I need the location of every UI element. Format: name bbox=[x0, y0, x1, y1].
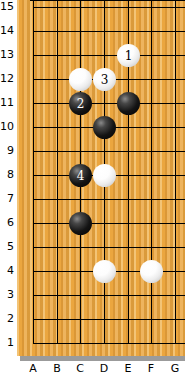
stone-white-D8[interactable] bbox=[93, 164, 116, 187]
grid-line-vertical bbox=[57, 0, 58, 344]
stone-black-C11[interactable]: 2 bbox=[69, 92, 92, 115]
column-label-D: D bbox=[96, 363, 112, 375]
move-number: 1 bbox=[125, 50, 133, 62]
row-label-3: 3 bbox=[0, 289, 14, 301]
column-label-E: E bbox=[120, 363, 136, 375]
row-label-1: 1 bbox=[0, 337, 14, 349]
grid-line-horizontal bbox=[33, 55, 185, 56]
grid-line-horizontal bbox=[33, 223, 185, 224]
row-label-4: 4 bbox=[0, 265, 14, 277]
row-label-8: 8 bbox=[0, 169, 14, 181]
stone-black-E11[interactable] bbox=[117, 92, 140, 115]
row-label-15: 15 bbox=[0, 1, 14, 13]
row-label-9: 9 bbox=[0, 145, 14, 157]
stone-white-C12[interactable] bbox=[69, 68, 92, 91]
column-label-A: A bbox=[25, 363, 41, 375]
move-number: 4 bbox=[77, 170, 85, 182]
row-label-7: 7 bbox=[0, 193, 14, 205]
row-label-6: 6 bbox=[0, 217, 14, 229]
stone-white-D4[interactable] bbox=[93, 260, 116, 283]
row-label-11: 11 bbox=[0, 97, 14, 109]
grid-line-crop-top bbox=[30, 0, 185, 1]
row-label-10: 10 bbox=[0, 121, 14, 133]
column-label-B: B bbox=[49, 363, 65, 375]
grid-line-horizontal bbox=[33, 151, 185, 152]
grid-line-horizontal bbox=[33, 295, 185, 296]
board-shadow bbox=[20, 356, 185, 361]
stone-white-F4[interactable] bbox=[140, 260, 163, 283]
row-label-2: 2 bbox=[0, 313, 14, 325]
stone-black-C8[interactable]: 4 bbox=[69, 164, 92, 187]
go-diagram: 151413121110987654321 ABCDEFG 1324 bbox=[0, 0, 185, 380]
grid-line-vertical bbox=[33, 0, 34, 344]
grid-line-horizontal bbox=[33, 199, 185, 200]
move-number: 2 bbox=[77, 98, 85, 110]
row-label-12: 12 bbox=[0, 73, 14, 85]
row-label-13: 13 bbox=[0, 49, 14, 61]
stone-black-C6[interactable] bbox=[69, 212, 92, 235]
grid-line-vertical bbox=[175, 0, 176, 344]
column-label-C: C bbox=[72, 363, 88, 375]
grid-line-horizontal bbox=[33, 247, 185, 248]
grid-line-horizontal bbox=[33, 103, 185, 104]
move-number: 3 bbox=[101, 74, 109, 86]
grid-line-horizontal bbox=[33, 343, 185, 344]
stone-white-E13[interactable]: 1 bbox=[117, 44, 140, 67]
stone-black-D10[interactable] bbox=[93, 116, 116, 139]
column-label-G: G bbox=[167, 363, 183, 375]
row-label-5: 5 bbox=[0, 241, 14, 253]
row-label-14: 14 bbox=[0, 25, 14, 37]
stone-white-D12[interactable]: 3 bbox=[93, 68, 116, 91]
grid-line-horizontal bbox=[33, 31, 185, 32]
grid-line-horizontal bbox=[33, 7, 185, 8]
column-label-F: F bbox=[143, 363, 159, 375]
grid-line-horizontal bbox=[33, 319, 185, 320]
grid-line-vertical bbox=[151, 0, 152, 344]
